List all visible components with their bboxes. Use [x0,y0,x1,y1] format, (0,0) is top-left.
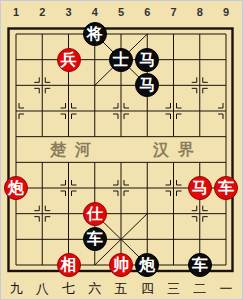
red-cannon[interactable]: 炮 [4,176,28,200]
file-number-hanzi: 三 [160,280,186,298]
file-number-hanzi: 二 [187,280,213,298]
xiangqi-board-app: 123456789 楚河 汉界 将兵士马马炮马车仕车相帅炮车 九八七六五四三二一 [0,0,243,300]
file-number-hanzi: 八 [29,280,55,298]
file-number-hanzi: 六 [82,280,108,298]
file-number-hanzi: 四 [134,280,160,298]
pieces-layer: 将兵士马马炮马车仕车相帅炮车 [3,21,239,278]
black-cannon[interactable]: 炮 [135,253,159,277]
file-number-hanzi: 一 [213,280,239,298]
black-horse[interactable]: 马 [135,73,159,97]
file-number-hanzi: 七 [55,280,81,298]
red-chariot[interactable]: 车 [214,176,238,200]
black-horse[interactable]: 马 [135,48,159,72]
red-elephant[interactable]: 相 [57,253,81,277]
black-chariot[interactable]: 车 [83,227,107,251]
black-general[interactable]: 将 [83,22,107,46]
file-numbers-bottom: 九八七六五四三二一 [3,280,239,298]
file-number-hanzi: 五 [108,280,134,298]
red-advisor[interactable]: 仕 [83,202,107,226]
red-horse[interactable]: 马 [188,176,212,200]
black-chariot[interactable]: 车 [188,253,212,277]
black-advisor[interactable]: 士 [109,48,133,72]
red-soldier[interactable]: 兵 [57,48,81,72]
red-general[interactable]: 帅 [109,253,133,277]
file-number-hanzi: 九 [3,280,29,298]
